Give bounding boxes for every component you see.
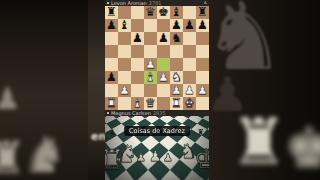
square-c1[interactable]: ♝	[131, 97, 144, 110]
piece-bP-c6: ♟	[131, 32, 144, 45]
piece-wP-e3: ♟	[157, 71, 170, 84]
piece-wB-d3: ♝	[144, 71, 157, 84]
video-strip: Levon Aronian 2781 ♙ ♜♛♚♝♜♟♝♟♟♟♟♟♞♟♟♝♟♞♟…	[105, 0, 209, 180]
piece-wB-c1: ♝	[131, 97, 144, 110]
square-a3[interactable]: ♟	[105, 71, 118, 84]
piece-wP-h2: ♟	[196, 84, 209, 97]
square-b5[interactable]	[118, 45, 131, 58]
background-pawn-icon: ♟	[0, 84, 21, 114]
square-c8[interactable]	[131, 6, 144, 19]
piece-bP-a7: ♟	[105, 19, 118, 32]
square-g7[interactable]: ♟	[183, 19, 196, 32]
square-d7[interactable]	[144, 19, 157, 32]
square-h6[interactable]	[196, 32, 209, 45]
square-b6[interactable]	[118, 32, 131, 45]
piece-bK-e8: ♚	[157, 6, 170, 19]
background-rook-bright-icon: ♜	[230, 110, 287, 174]
square-g4[interactable]	[183, 58, 196, 71]
square-e5[interactable]	[157, 45, 170, 58]
square-g5[interactable]	[183, 45, 196, 58]
square-c4[interactable]	[131, 58, 144, 71]
channel-branding: ♟ ♜ ♜ ♞ ♟ ♟ ♟ ♞ ♚ Coisas de Xadrez	[105, 116, 209, 180]
square-c3[interactable]	[131, 71, 144, 84]
square-d6[interactable]	[144, 32, 157, 45]
background-knight-icon: ♞	[22, 130, 67, 180]
square-b4[interactable]	[118, 58, 131, 71]
square-b1[interactable]	[118, 97, 131, 110]
piece-bQ-d8: ♛	[144, 6, 157, 19]
square-b2[interactable]: ♟	[118, 84, 131, 97]
square-f1[interactable]: ♜	[170, 97, 183, 110]
square-c6[interactable]: ♟	[131, 32, 144, 45]
square-g1[interactable]: ♚	[183, 97, 196, 110]
player-badge-bottom	[107, 112, 109, 114]
square-f6[interactable]: ♞	[170, 32, 183, 45]
piece-bB-b7: ♝	[118, 19, 131, 32]
square-a5[interactable]	[105, 45, 118, 58]
channel-caption: Coisas de Xadrez	[124, 126, 190, 136]
square-h4[interactable]	[196, 58, 209, 71]
piece-wR-a1: ♜	[105, 97, 118, 110]
square-d3[interactable]: ♝	[144, 71, 157, 84]
square-e1[interactable]	[157, 97, 170, 110]
piece-wK-g1: ♚	[183, 97, 196, 110]
square-h5[interactable]	[196, 45, 209, 58]
square-h1[interactable]	[196, 97, 209, 110]
square-c5[interactable]	[131, 45, 144, 58]
square-a7[interactable]: ♟	[105, 19, 118, 32]
piece-bP-g7: ♟	[183, 19, 196, 32]
background-king-bright-icon: ♚	[284, 120, 320, 176]
square-a1[interactable]: ♜	[105, 97, 118, 110]
square-h7[interactable]: ♟	[196, 19, 209, 32]
square-f5[interactable]	[170, 45, 183, 58]
square-g6[interactable]	[183, 32, 196, 45]
background-caption-fragment: en	[91, 130, 106, 143]
player-badge-top	[107, 2, 109, 4]
piece-bP-h7: ♟	[196, 19, 209, 32]
background-left-edge	[88, 0, 106, 180]
square-e8[interactable]: ♚	[157, 6, 170, 19]
square-h2[interactable]: ♟	[196, 84, 209, 97]
piece-wR-f1: ♜	[170, 97, 183, 110]
piece-bP-e6: ♟	[157, 32, 170, 45]
piece-bP-a3: ♟	[105, 71, 118, 84]
square-e2[interactable]	[157, 84, 170, 97]
chess-board: ♜♛♚♝♜♟♝♟♟♟♟♟♞♟♟♝♟♞♟♟♟♟♜♝♛♜♚	[105, 6, 209, 110]
piece-bN-f6: ♞	[170, 32, 183, 45]
square-d1[interactable]: ♛	[144, 97, 157, 110]
video-frame: ♟ ♜ ♞ en ♞ ♟ ♜ ♚ Levon Aronian 2781 ♙ ♜♛…	[0, 0, 320, 180]
square-a6[interactable]	[105, 32, 118, 45]
piece-wP-b2: ♟	[118, 84, 131, 97]
piece-wQ-d1: ♛	[144, 97, 157, 110]
square-d8[interactable]: ♛	[144, 6, 157, 19]
square-e6[interactable]: ♟	[157, 32, 170, 45]
square-e3[interactable]: ♟	[157, 71, 170, 84]
square-b7[interactable]: ♝	[118, 19, 131, 32]
